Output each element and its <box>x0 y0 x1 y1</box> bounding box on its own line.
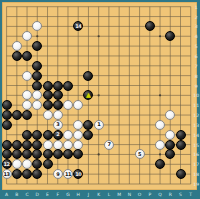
white-stone[interactable] <box>73 130 83 140</box>
move-2-stone[interactable]: 2 <box>53 130 63 140</box>
column-label-N: N <box>128 192 131 197</box>
move-1-stone[interactable]: 1 <box>94 120 104 130</box>
black-stone[interactable] <box>43 159 53 169</box>
row-label-5: 5 <box>195 44 198 49</box>
white-stone[interactable] <box>63 130 73 140</box>
black-stone[interactable] <box>176 140 186 150</box>
column-label-Q: Q <box>158 192 162 197</box>
column-label-L: L <box>108 192 111 197</box>
row-label-16: 16 <box>193 152 199 157</box>
black-stone[interactable] <box>22 140 32 150</box>
white-stone[interactable] <box>43 140 53 150</box>
black-stone[interactable] <box>43 81 53 91</box>
row-label-13: 13 <box>193 122 199 127</box>
white-stone[interactable] <box>73 140 83 150</box>
column-label-A: A <box>5 192 8 197</box>
white-stone[interactable] <box>155 120 165 130</box>
move-5-stone[interactable]: 5 <box>135 149 145 159</box>
move-number: 14 <box>75 24 81 29</box>
black-stone[interactable] <box>43 130 53 140</box>
column-label-R: R <box>169 192 172 197</box>
row-label-11: 11 <box>193 103 199 108</box>
black-stone[interactable] <box>176 169 186 179</box>
black-stone[interactable] <box>43 90 53 100</box>
move-number: 3 <box>56 122 59 127</box>
column-label-M: M <box>117 192 121 197</box>
black-stone[interactable] <box>22 130 32 140</box>
move-number: 13 <box>4 172 10 177</box>
column-label-C: C <box>25 192 28 197</box>
move-number: 7 <box>107 142 110 147</box>
white-stone[interactable] <box>53 140 63 150</box>
black-stone[interactable] <box>12 140 22 150</box>
black-stone[interactable] <box>12 51 22 61</box>
black-stone[interactable] <box>32 71 42 81</box>
black-stone[interactable] <box>12 110 22 120</box>
column-label-F: F <box>56 192 59 197</box>
column-label-P: P <box>148 192 151 197</box>
black-stone[interactable] <box>12 169 22 179</box>
move-number: 5 <box>138 152 141 157</box>
black-stone[interactable] <box>53 100 63 110</box>
row-label-17: 17 <box>193 162 199 167</box>
move-7-stone[interactable]: 7 <box>104 140 114 150</box>
move-number: 11 <box>65 172 71 177</box>
row-label-15: 15 <box>193 142 199 147</box>
move-number: 9 <box>56 172 59 177</box>
column-label-G: G <box>66 192 70 197</box>
column-label-S: S <box>179 192 182 197</box>
column-label-J: J <box>88 192 89 197</box>
move-9-stone[interactable]: 9 <box>53 169 63 179</box>
move-number: 1 <box>97 122 100 127</box>
row-label-7: 7 <box>195 63 198 68</box>
white-stone[interactable] <box>12 41 22 51</box>
black-stone[interactable] <box>32 81 42 91</box>
move-number: 10 <box>75 172 81 177</box>
column-label-E: E <box>46 192 49 197</box>
black-stone[interactable] <box>176 130 186 140</box>
row-label-1: 1 <box>195 4 198 9</box>
row-label-6: 6 <box>195 53 198 58</box>
column-label-H: H <box>77 192 80 197</box>
black-stone[interactable] <box>165 140 175 150</box>
column-label-K: K <box>97 192 100 197</box>
row-label-9: 9 <box>195 83 198 88</box>
row-label-2: 2 <box>195 14 198 19</box>
white-stone[interactable] <box>155 140 165 150</box>
white-stone[interactable] <box>63 140 73 150</box>
row-label-10: 10 <box>193 93 199 98</box>
move-3-stone[interactable]: 3 <box>53 120 63 130</box>
go-board-frame: 14▲31275121391110 ABCDEFGHJKLMNOPQRST123… <box>0 0 200 199</box>
white-stone[interactable] <box>22 71 32 81</box>
row-label-19: 19 <box>193 182 199 187</box>
move-12-stone[interactable]: 12 <box>2 159 12 169</box>
triangle-marker-icon: ▲ <box>86 92 91 99</box>
white-stone[interactable] <box>53 110 63 120</box>
column-label-O: O <box>138 192 142 197</box>
black-stone[interactable] <box>2 100 12 110</box>
move-number: 2 <box>56 132 59 137</box>
black-stone[interactable] <box>32 140 42 150</box>
black-stone[interactable] <box>32 130 42 140</box>
row-label-8: 8 <box>195 73 198 78</box>
black-stone[interactable] <box>43 149 53 159</box>
black-stone[interactable] <box>2 140 12 150</box>
black-stone[interactable] <box>2 110 12 120</box>
column-label-B: B <box>15 192 18 197</box>
row-label-3: 3 <box>195 24 198 29</box>
row-label-12: 12 <box>193 113 199 118</box>
column-label-D: D <box>36 192 39 197</box>
black-stone[interactable] <box>53 81 63 91</box>
row-label-18: 18 <box>193 172 199 177</box>
move-number: 12 <box>4 162 10 167</box>
black-stone[interactable] <box>43 100 53 110</box>
black-stone[interactable] <box>63 81 73 91</box>
white-stone[interactable] <box>43 110 53 120</box>
white-stone[interactable] <box>165 130 175 140</box>
row-label-14: 14 <box>193 132 199 137</box>
black-stone[interactable] <box>22 51 32 61</box>
row-label-4: 4 <box>195 34 198 39</box>
black-stone[interactable] <box>2 120 12 130</box>
column-label-T: T <box>189 192 192 197</box>
move-13-stone[interactable]: 13 <box>2 169 12 179</box>
